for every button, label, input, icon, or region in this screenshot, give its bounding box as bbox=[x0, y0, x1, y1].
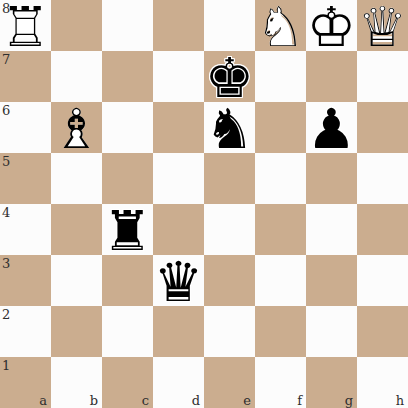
square-g7[interactable] bbox=[306, 51, 357, 102]
square-a7[interactable]: 7 bbox=[0, 51, 51, 102]
piece-black-pawn-g6[interactable]: ♟ bbox=[306, 102, 357, 153]
white-queen-fill-glyph: ♛ bbox=[358, 1, 407, 52]
square-g8[interactable]: ♚♔ bbox=[306, 0, 357, 51]
chess-board: 8♜♖♞♘♚♔♛♕7♚6♝♗♞♟54♜3♛21abcdefgh bbox=[0, 0, 408, 408]
rank-label-4: 4 bbox=[2, 206, 10, 219]
square-d7[interactable] bbox=[153, 51, 204, 102]
square-d4[interactable] bbox=[153, 204, 204, 255]
square-b3[interactable] bbox=[51, 255, 102, 306]
square-e5[interactable] bbox=[204, 153, 255, 204]
square-h8[interactable]: ♛♕ bbox=[357, 0, 408, 51]
square-e8[interactable] bbox=[204, 0, 255, 51]
square-d5[interactable] bbox=[153, 153, 204, 204]
square-h4[interactable] bbox=[357, 204, 408, 255]
file-label-f: f bbox=[297, 394, 302, 407]
square-f4[interactable] bbox=[255, 204, 306, 255]
square-e2[interactable] bbox=[204, 306, 255, 357]
square-d6[interactable] bbox=[153, 102, 204, 153]
square-a1[interactable]: 1a bbox=[0, 357, 51, 408]
square-f1[interactable]: f bbox=[255, 357, 306, 408]
square-c8[interactable] bbox=[102, 0, 153, 51]
square-f5[interactable] bbox=[255, 153, 306, 204]
square-g1[interactable]: g bbox=[306, 357, 357, 408]
black-queen-icon: ♛ bbox=[154, 256, 203, 307]
white-queen-icon: ♕ bbox=[358, 1, 407, 52]
square-h2[interactable] bbox=[357, 306, 408, 357]
black-rook-icon: ♜ bbox=[103, 205, 152, 256]
square-a4[interactable]: 4 bbox=[0, 204, 51, 255]
piece-white-rook-a8[interactable]: ♜♖ bbox=[0, 0, 51, 51]
square-b4[interactable] bbox=[51, 204, 102, 255]
square-f7[interactable] bbox=[255, 51, 306, 102]
file-label-d: d bbox=[192, 394, 200, 407]
piece-white-queen-h8[interactable]: ♛♕ bbox=[357, 0, 408, 51]
square-f6[interactable] bbox=[255, 102, 306, 153]
square-g2[interactable] bbox=[306, 306, 357, 357]
square-b5[interactable] bbox=[51, 153, 102, 204]
piece-black-queen-d3[interactable]: ♛ bbox=[153, 255, 204, 306]
square-g5[interactable] bbox=[306, 153, 357, 204]
square-h1[interactable]: h bbox=[357, 357, 408, 408]
piece-black-knight-e6[interactable]: ♞ bbox=[204, 102, 255, 153]
rank-label-7: 7 bbox=[2, 53, 10, 66]
white-knight-fill-glyph: ♞ bbox=[256, 1, 305, 52]
piece-white-knight-f8[interactable]: ♞♘ bbox=[255, 0, 306, 51]
rank-label-6: 6 bbox=[2, 104, 10, 117]
square-e6[interactable]: ♞ bbox=[204, 102, 255, 153]
square-c5[interactable] bbox=[102, 153, 153, 204]
piece-white-bishop-b6[interactable]: ♝♗ bbox=[51, 102, 102, 153]
square-c4[interactable]: ♜ bbox=[102, 204, 153, 255]
file-label-e: e bbox=[243, 394, 251, 407]
square-d2[interactable] bbox=[153, 306, 204, 357]
square-h3[interactable] bbox=[357, 255, 408, 306]
square-g3[interactable] bbox=[306, 255, 357, 306]
square-c2[interactable] bbox=[102, 306, 153, 357]
white-rook-fill-glyph: ♜ bbox=[1, 1, 50, 52]
file-label-a: a bbox=[39, 394, 47, 407]
rank-label-5: 5 bbox=[2, 155, 10, 168]
square-g4[interactable] bbox=[306, 204, 357, 255]
square-a5[interactable]: 5 bbox=[0, 153, 51, 204]
file-label-h: h bbox=[396, 394, 404, 407]
square-d1[interactable]: d bbox=[153, 357, 204, 408]
square-e4[interactable] bbox=[204, 204, 255, 255]
square-e3[interactable] bbox=[204, 255, 255, 306]
piece-black-king-e7[interactable]: ♚ bbox=[204, 51, 255, 102]
piece-black-rook-c4[interactable]: ♜ bbox=[102, 204, 153, 255]
square-a8[interactable]: 8♜♖ bbox=[0, 0, 51, 51]
square-g6[interactable]: ♟ bbox=[306, 102, 357, 153]
square-a6[interactable]: 6 bbox=[0, 102, 51, 153]
black-king-icon: ♚ bbox=[205, 52, 254, 103]
square-a2[interactable]: 2 bbox=[0, 306, 51, 357]
square-h5[interactable] bbox=[357, 153, 408, 204]
file-label-c: c bbox=[142, 394, 149, 407]
white-knight-icon: ♘ bbox=[256, 1, 305, 52]
black-knight-icon: ♞ bbox=[205, 103, 254, 154]
piece-white-king-g8[interactable]: ♚♔ bbox=[306, 0, 357, 51]
square-c7[interactable] bbox=[102, 51, 153, 102]
square-f2[interactable] bbox=[255, 306, 306, 357]
white-king-icon: ♔ bbox=[307, 1, 356, 52]
square-a3[interactable]: 3 bbox=[0, 255, 51, 306]
square-b8[interactable] bbox=[51, 0, 102, 51]
square-b6[interactable]: ♝♗ bbox=[51, 102, 102, 153]
file-label-b: b bbox=[90, 394, 98, 407]
square-h6[interactable] bbox=[357, 102, 408, 153]
square-e7[interactable]: ♚ bbox=[204, 51, 255, 102]
file-label-g: g bbox=[345, 394, 353, 407]
white-bishop-fill-glyph: ♝ bbox=[52, 103, 101, 154]
white-rook-icon: ♖ bbox=[1, 1, 50, 52]
rank-label-1: 1 bbox=[2, 359, 10, 372]
square-f8[interactable]: ♞♘ bbox=[255, 0, 306, 51]
square-e1[interactable]: e bbox=[204, 357, 255, 408]
square-d8[interactable] bbox=[153, 0, 204, 51]
rank-label-2: 2 bbox=[2, 308, 10, 321]
square-d3[interactable]: ♛ bbox=[153, 255, 204, 306]
square-c3[interactable] bbox=[102, 255, 153, 306]
square-b7[interactable] bbox=[51, 51, 102, 102]
white-king-fill-glyph: ♚ bbox=[307, 1, 356, 52]
square-b1[interactable]: b bbox=[51, 357, 102, 408]
rank-label-3: 3 bbox=[2, 257, 10, 270]
square-b2[interactable] bbox=[51, 306, 102, 357]
black-pawn-icon: ♟ bbox=[307, 103, 356, 154]
white-bishop-icon: ♗ bbox=[52, 103, 101, 154]
square-c6[interactable] bbox=[102, 102, 153, 153]
square-h7[interactable] bbox=[357, 51, 408, 102]
square-c1[interactable]: c bbox=[102, 357, 153, 408]
square-f3[interactable] bbox=[255, 255, 306, 306]
